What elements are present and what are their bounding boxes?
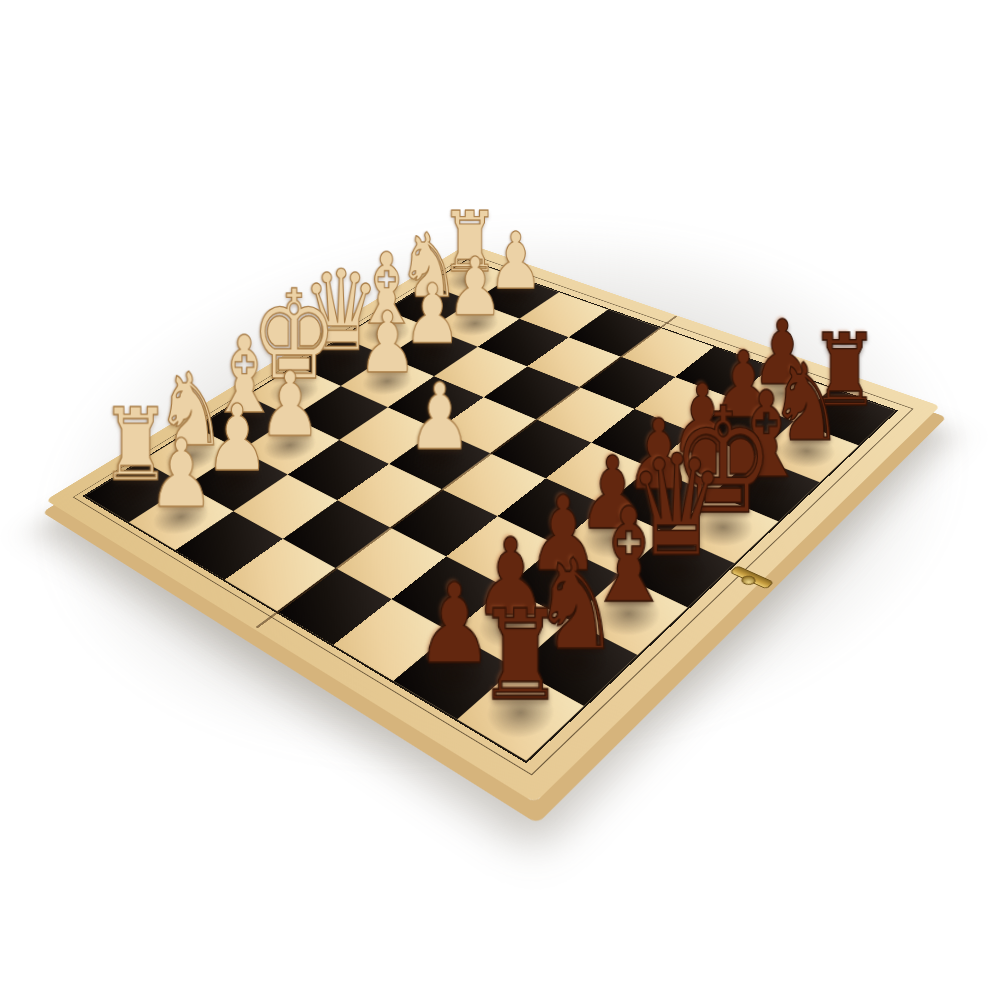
square-h2[interactable]: ♟ <box>129 485 233 550</box>
chess-board: ♜♞♝♚♛♝♞♜♟♟♟♟♟♟♟♟♟♟♟♟♟♟♟♟♜♞♝♛♚♝♞♜ <box>46 244 941 803</box>
brass-clasp <box>726 562 780 593</box>
rook-glyph: ♜ <box>477 594 564 719</box>
pawn-glyph: ♟ <box>148 427 214 522</box>
playing-area: ♜♞♝♚♛♝♞♜♟♟♟♟♟♟♟♟♟♟♟♟♟♟♟♟♜♞♝♛♚♝♞♜ <box>82 259 898 763</box>
piece-black-rook-h8[interactable]: ♜ <box>461 518 581 713</box>
square-h8[interactable]: ♜ <box>457 668 583 761</box>
piece-white-pawn-e4[interactable]: ♟ <box>392 303 488 459</box>
board-frame: ♜♞♝♚♛♝♞♜♟♟♟♟♟♟♟♟♟♟♟♟♟♟♟♟♜♞♝♛♚♝♞♜ <box>46 244 941 803</box>
piece-white-pawn-h2[interactable]: ♟ <box>132 356 231 517</box>
scene-3d: ♜♞♝♚♛♝♞♜♟♟♟♟♟♟♟♟♟♟♟♟♟♟♟♟♜♞♝♛♚♝♞♜ <box>0 0 1000 1000</box>
